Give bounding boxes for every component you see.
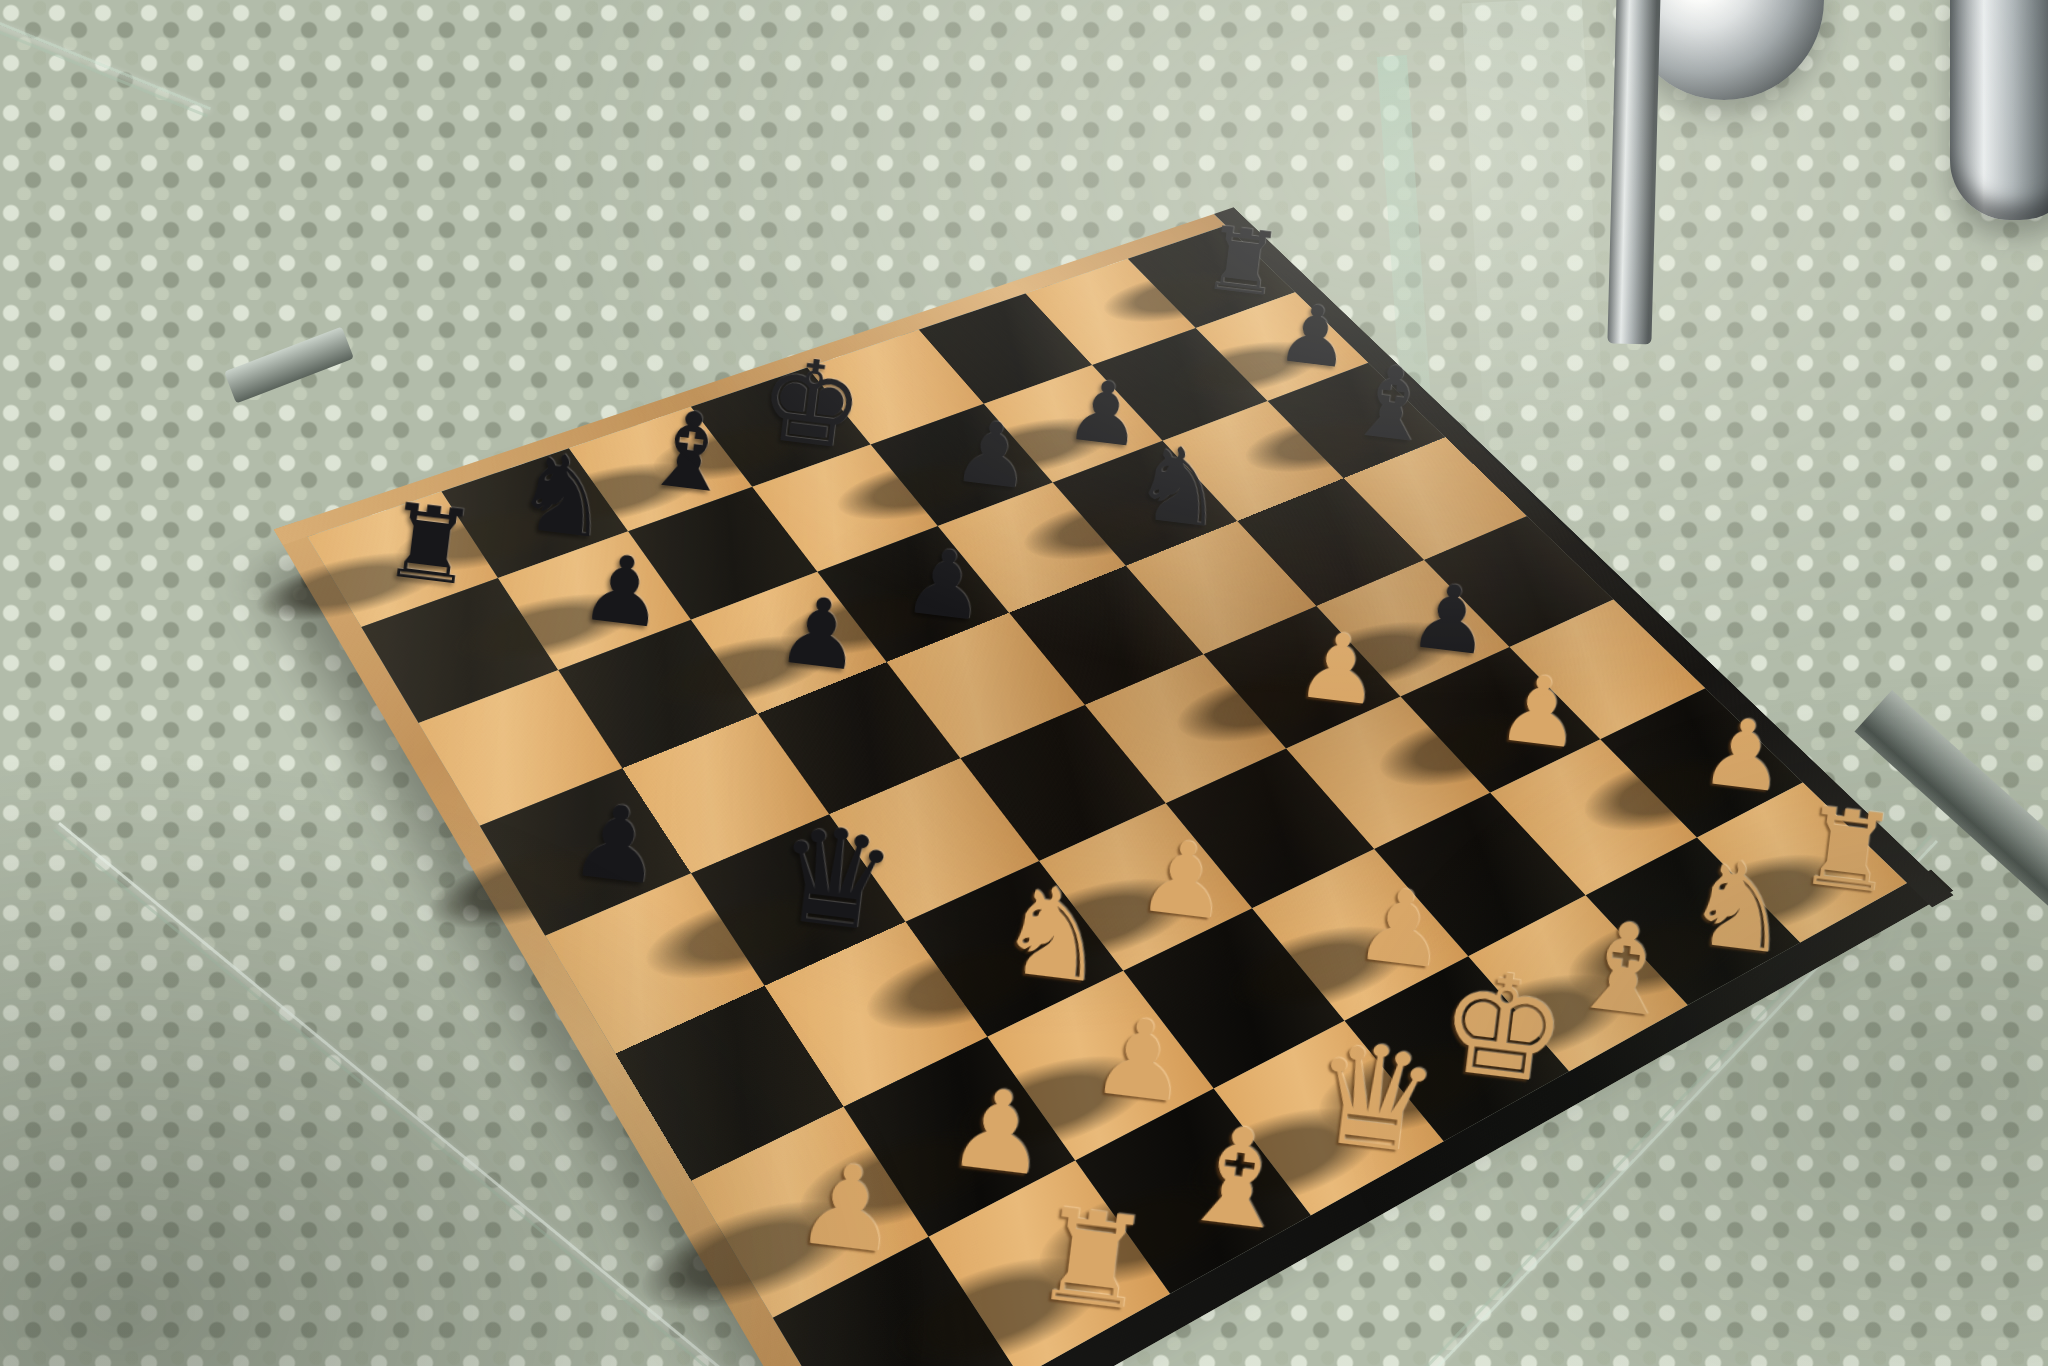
square-f6[interactable]: ♞: [1053, 441, 1237, 566]
piece-black-knight-f6[interactable]: ♞: [1127, 434, 1231, 539]
glass-table-edge-top-left: [0, 10, 211, 110]
piece-black-bishop-h6[interactable]: ♝: [1341, 354, 1441, 454]
piece-black-rook-h8[interactable]: ♜: [1199, 219, 1287, 307]
piece-black-pawn-c6[interactable]: ♟: [773, 587, 867, 681]
piece-black-pawn-d6[interactable]: ♟: [899, 539, 991, 631]
piece-black-rook-a8[interactable]: ♜: [378, 494, 481, 597]
piece-white-bishop-c1[interactable]: ♝: [1170, 1111, 1303, 1245]
piece-black-pawn-a5[interactable]: ♟: [565, 794, 667, 897]
piece-white-pawn-b2[interactable]: ♟: [943, 1077, 1054, 1188]
piece-white-king-e1[interactable]: ♚: [1432, 957, 1574, 1099]
chessboard: ♜♞♝♚♜♟♟♟♟♟♟♞♝♟♛♟♟♞♟♟♟♟♟♟♟♜♝♛♚♝♞♜: [308, 226, 1907, 1366]
piece-black-bishop-c8[interactable]: ♝: [637, 399, 742, 505]
piece-white-pawn-f4[interactable]: ♟: [1292, 623, 1385, 716]
piece-white-pawn-g3[interactable]: ♟: [1493, 665, 1587, 759]
piece-white-bishop-f1[interactable]: ♝: [1562, 908, 1685, 1031]
chrome-frame-bracket: [224, 327, 354, 404]
piece-white-pawn-e2[interactable]: ♟: [1350, 878, 1452, 980]
square-b4[interactable]: ♛: [691, 814, 906, 986]
piece-white-pawn-h2[interactable]: ♟: [1697, 708, 1791, 803]
piece-white-knight-g1[interactable]: ♞: [1679, 847, 1798, 967]
chrome-cylinder-decor: [1950, 0, 2048, 220]
piece-black-pawn-e7[interactable]: ♟: [949, 412, 1036, 499]
piece-white-knight-c3[interactable]: ♞: [991, 872, 1115, 996]
piece-white-rook-h1[interactable]: ♜: [1793, 797, 1901, 905]
scene: ♜♞♝♚♜♟♟♟♟♟♟♞♝♟♛♟♟♞♟♟♟♟♟♟♟♜♝♛♚♝♞♜: [0, 0, 2048, 1366]
piece-white-queen-d1[interactable]: ♛: [1303, 1029, 1444, 1171]
piece-white-pawn-c2[interactable]: ♟: [1087, 1007, 1195, 1115]
piece-black-pawn-b7[interactable]: ♟: [576, 545, 669, 639]
piece-black-queen-b4[interactable]: ♛: [767, 813, 901, 947]
piece-white-pawn-d3[interactable]: ♟: [1133, 830, 1234, 932]
piece-black-pawn-f7[interactable]: ♟: [1062, 371, 1147, 456]
chrome-table-leg: [1607, 0, 1660, 345]
piece-white-rook-b1[interactable]: ♜: [1028, 1197, 1156, 1325]
piece-black-king-d8[interactable]: ♚: [753, 346, 869, 462]
chessboard-plane: ♜♞♝♚♜♟♟♟♟♟♟♞♝♟♛♟♟♞♟♟♟♟♟♟♟♜♝♛♚♝♞♜: [308, 226, 1907, 1366]
piece-black-pawn-h7[interactable]: ♟: [1273, 296, 1354, 378]
piece-black-pawn-g4[interactable]: ♟: [1405, 574, 1496, 665]
piece-white-pawn-a2[interactable]: ♟: [791, 1152, 905, 1267]
